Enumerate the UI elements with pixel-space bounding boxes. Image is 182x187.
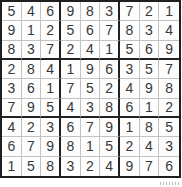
cell-r8c3[interactable]: 9 (41, 137, 61, 156)
cell-r2c1[interactable]: 9 (2, 21, 22, 40)
cell-r9c8[interactable]: 7 (140, 157, 160, 176)
cell-r7c3[interactable]: 3 (41, 118, 61, 137)
cell-r9c5[interactable]: 2 (81, 157, 101, 176)
cell-r9c4[interactable]: 3 (61, 157, 81, 176)
cell-r1c5[interactable]: 8 (81, 2, 101, 21)
cell-r6c8[interactable]: 1 (140, 99, 160, 118)
cell-r1c4[interactable]: 9 (61, 2, 81, 21)
cell-r7c5[interactable]: 7 (81, 118, 101, 137)
cell-r6c6[interactable]: 8 (100, 99, 120, 118)
cell-r7c8[interactable]: 8 (140, 118, 160, 137)
cell-r6c3[interactable]: 5 (41, 99, 61, 118)
cell-r4c5[interactable]: 9 (81, 60, 101, 79)
cell-r3c7[interactable]: 5 (120, 41, 140, 60)
cell-r7c9[interactable]: 5 (159, 118, 179, 137)
cell-r4c4[interactable]: 1 (61, 60, 81, 79)
sudoku-page: 5469837219125678348372415692841963573617… (0, 0, 182, 187)
cell-r1c1[interactable]: 5 (2, 2, 22, 21)
cell-r7c6[interactable]: 9 (100, 118, 120, 137)
cell-r3c5[interactable]: 4 (81, 41, 101, 60)
cell-r5c7[interactable]: 4 (120, 79, 140, 98)
cell-r2c7[interactable]: 8 (120, 21, 140, 40)
cell-r1c9[interactable]: 1 (159, 2, 179, 21)
cell-r6c9[interactable]: 2 (159, 99, 179, 118)
cell-r9c9[interactable]: 6 (159, 157, 179, 176)
cell-r1c2[interactable]: 4 (22, 2, 42, 21)
cell-r1c6[interactable]: 3 (100, 2, 120, 21)
cell-r1c3[interactable]: 6 (41, 2, 61, 21)
cell-r4c6[interactable]: 6 (100, 60, 120, 79)
cell-r8c2[interactable]: 7 (22, 137, 42, 156)
cell-r2c6[interactable]: 7 (100, 21, 120, 40)
cell-r7c7[interactable]: 1 (120, 118, 140, 137)
cell-r5c4[interactable]: 7 (61, 79, 81, 98)
cell-r2c8[interactable]: 3 (140, 21, 160, 40)
cell-r4c2[interactable]: 8 (22, 60, 42, 79)
cell-r2c2[interactable]: 1 (22, 21, 42, 40)
cell-r2c5[interactable]: 6 (81, 21, 101, 40)
cell-r9c3[interactable]: 8 (41, 157, 61, 176)
cell-r4c7[interactable]: 3 (120, 60, 140, 79)
cell-r4c9[interactable]: 7 (159, 60, 179, 79)
cell-r7c1[interactable]: 4 (2, 118, 22, 137)
cell-r9c2[interactable]: 5 (22, 157, 42, 176)
cell-r5c5[interactable]: 5 (81, 79, 101, 98)
cell-r2c3[interactable]: 2 (41, 21, 61, 40)
cell-r5c6[interactable]: 2 (100, 79, 120, 98)
cell-r8c6[interactable]: 5 (100, 137, 120, 156)
cell-r1c7[interactable]: 7 (120, 2, 140, 21)
cell-r8c1[interactable]: 6 (2, 137, 22, 156)
cell-r2c9[interactable]: 4 (159, 21, 179, 40)
cell-r7c4[interactable]: 6 (61, 118, 81, 137)
cell-r3c1[interactable]: 8 (2, 41, 22, 60)
cell-r5c1[interactable]: 3 (2, 79, 22, 98)
cell-r5c9[interactable]: 8 (159, 79, 179, 98)
cell-r8c9[interactable]: 3 (159, 137, 179, 156)
cell-r8c8[interactable]: 4 (140, 137, 160, 156)
cell-r3c3[interactable]: 7 (41, 41, 61, 60)
cell-r3c4[interactable]: 2 (61, 41, 81, 60)
cell-r4c8[interactable]: 5 (140, 60, 160, 79)
cell-r5c8[interactable]: 9 (140, 79, 160, 98)
sudoku-board: 5469837219125678348372415692841963573617… (0, 0, 181, 178)
cell-r1c8[interactable]: 2 (140, 2, 160, 21)
cell-r3c8[interactable]: 6 (140, 41, 160, 60)
cell-r9c1[interactable]: 1 (2, 157, 22, 176)
cell-r6c1[interactable]: 7 (2, 99, 22, 118)
cell-r6c7[interactable]: 6 (120, 99, 140, 118)
cell-r4c1[interactable]: 2 (2, 60, 22, 79)
cell-r5c2[interactable]: 6 (22, 79, 42, 98)
cell-r4c3[interactable]: 4 (41, 60, 61, 79)
cell-r8c4[interactable]: 8 (61, 137, 81, 156)
cell-r9c6[interactable]: 4 (100, 157, 120, 176)
cell-r5c3[interactable]: 1 (41, 79, 61, 98)
cell-r8c5[interactable]: 1 (81, 137, 101, 156)
cell-r3c2[interactable]: 3 (22, 41, 42, 60)
cell-r2c4[interactable]: 5 (61, 21, 81, 40)
cell-r6c4[interactable]: 4 (61, 99, 81, 118)
watermark (160, 182, 181, 185)
cell-r6c2[interactable]: 9 (22, 99, 42, 118)
cell-r3c9[interactable]: 9 (159, 41, 179, 60)
cell-r8c7[interactable]: 2 (120, 137, 140, 156)
cell-r6c5[interactable]: 3 (81, 99, 101, 118)
cell-r9c7[interactable]: 9 (120, 157, 140, 176)
cell-r3c6[interactable]: 1 (100, 41, 120, 60)
cell-r7c2[interactable]: 2 (22, 118, 42, 137)
